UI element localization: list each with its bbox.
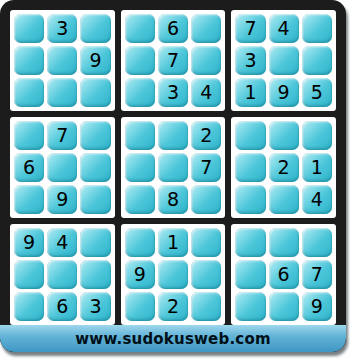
cell-r9c2[interactable]: 6 [47, 292, 77, 321]
cell-r4c2[interactable]: 7 [47, 121, 77, 150]
given-digit: 1 [167, 233, 179, 252]
cell-r5c7[interactable] [235, 153, 265, 182]
given-digit: 6 [278, 265, 290, 284]
given-digit: 1 [311, 158, 323, 177]
given-digit: 7 [167, 51, 179, 70]
cell-r6c8[interactable] [269, 185, 299, 214]
cell-r6c5[interactable]: 8 [158, 185, 188, 214]
cell-r3c5[interactable]: 3 [158, 78, 188, 107]
cell-r5c6[interactable]: 7 [191, 153, 221, 182]
given-digit: 1 [244, 83, 256, 102]
given-digit: 9 [23, 233, 35, 252]
given-digit: 9 [134, 265, 146, 284]
given-digit: 7 [56, 126, 68, 145]
given-digit: 3 [167, 83, 179, 102]
cell-r6c2[interactable]: 9 [47, 185, 77, 214]
cell-r3c6[interactable]: 4 [191, 78, 221, 107]
website-url: www.sudokusweb.com [75, 330, 270, 348]
cell-r2c5[interactable]: 7 [158, 46, 188, 75]
cell-r4c7[interactable] [235, 121, 265, 150]
cell-r8c6[interactable] [191, 260, 221, 289]
given-digit: 3 [90, 297, 102, 316]
sudoku-board: 3967347431957692782149463192679 [10, 10, 336, 325]
sudoku-card: 3967347431957692782149463192679 www.sudo… [0, 0, 346, 352]
cell-r5c1[interactable]: 6 [14, 153, 44, 182]
cell-r2c4[interactable] [125, 46, 155, 75]
cell-r9c8[interactable] [269, 292, 299, 321]
given-digit: 9 [311, 297, 323, 316]
cell-r8c7[interactable] [235, 260, 265, 289]
cell-r5c5[interactable] [158, 153, 188, 182]
box-6: 214 [231, 117, 336, 218]
cell-r2c1[interactable] [14, 46, 44, 75]
given-digit: 5 [311, 83, 323, 102]
cell-r7c8[interactable] [269, 228, 299, 257]
cell-r1c7[interactable]: 7 [235, 14, 265, 43]
cell-r9c5[interactable]: 2 [158, 292, 188, 321]
given-digit: 2 [167, 297, 179, 316]
cell-r7c9[interactable] [302, 228, 332, 257]
cell-r4c5[interactable] [158, 121, 188, 150]
cell-r8c3[interactable] [80, 260, 110, 289]
given-digit: 9 [278, 83, 290, 102]
cell-r4c3[interactable] [80, 121, 110, 150]
given-digit: 2 [278, 158, 290, 177]
given-digit: 6 [56, 297, 68, 316]
cell-r7c6[interactable] [191, 228, 221, 257]
cell-r4c4[interactable] [125, 121, 155, 150]
cell-r7c1[interactable]: 9 [14, 228, 44, 257]
given-digit: 3 [56, 19, 68, 38]
cell-r3c4[interactable] [125, 78, 155, 107]
cell-r7c2[interactable]: 4 [47, 228, 77, 257]
given-digit: 6 [167, 19, 179, 38]
given-digit: 6 [23, 158, 35, 177]
footer-bar: www.sudokusweb.com [0, 325, 346, 352]
cell-r4c1[interactable] [14, 121, 44, 150]
cell-r6c7[interactable] [235, 185, 265, 214]
cell-r1c8[interactable]: 4 [269, 14, 299, 43]
box-1: 39 [10, 10, 115, 111]
given-digit: 7 [311, 265, 323, 284]
cell-r3c8[interactable]: 9 [269, 78, 299, 107]
cell-r8c5[interactable] [158, 260, 188, 289]
cell-r6c4[interactable] [125, 185, 155, 214]
cell-r5c9[interactable]: 1 [302, 153, 332, 182]
cell-r1c9[interactable] [302, 14, 332, 43]
cell-r8c2[interactable] [47, 260, 77, 289]
cell-r3c9[interactable]: 5 [302, 78, 332, 107]
cell-r5c2[interactable] [47, 153, 77, 182]
cell-r1c4[interactable] [125, 14, 155, 43]
cell-r2c2[interactable] [47, 46, 77, 75]
cell-r5c8[interactable]: 2 [269, 153, 299, 182]
given-digit: 7 [200, 158, 212, 177]
cell-r1c6[interactable] [191, 14, 221, 43]
cell-r2c9[interactable] [302, 46, 332, 75]
box-3: 743195 [231, 10, 336, 111]
cell-r4c8[interactable] [269, 121, 299, 150]
cell-r1c5[interactable]: 6 [158, 14, 188, 43]
cell-r2c6[interactable] [191, 46, 221, 75]
cell-r4c9[interactable] [302, 121, 332, 150]
given-digit: 4 [311, 190, 323, 209]
box-4: 769 [10, 117, 115, 218]
cell-r3c2[interactable] [47, 78, 77, 107]
box-7: 9463 [10, 224, 115, 325]
cell-r6c9[interactable]: 4 [302, 185, 332, 214]
cell-r2c7[interactable]: 3 [235, 46, 265, 75]
box-8: 192 [121, 224, 226, 325]
given-digit: 8 [167, 190, 179, 209]
given-digit: 4 [56, 233, 68, 252]
cell-r4c6[interactable]: 2 [191, 121, 221, 150]
cell-r1c1[interactable] [14, 14, 44, 43]
cell-r6c1[interactable] [14, 185, 44, 214]
cell-r8c4[interactable]: 9 [125, 260, 155, 289]
cell-r7c5[interactable]: 1 [158, 228, 188, 257]
given-digit: 9 [56, 190, 68, 209]
cell-r5c4[interactable] [125, 153, 155, 182]
cell-r9c3[interactable]: 3 [80, 292, 110, 321]
cell-r1c3[interactable] [80, 14, 110, 43]
cell-r3c3[interactable] [80, 78, 110, 107]
given-digit: 4 [278, 19, 290, 38]
cell-r9c7[interactable] [235, 292, 265, 321]
cell-r6c3[interactable] [80, 185, 110, 214]
box-2: 6734 [121, 10, 226, 111]
box-9: 679 [231, 224, 336, 325]
cell-r7c4[interactable] [125, 228, 155, 257]
cell-r7c7[interactable] [235, 228, 265, 257]
given-digit: 9 [90, 51, 102, 70]
cell-r6c6[interactable] [191, 185, 221, 214]
given-digit: 7 [244, 19, 256, 38]
given-digit: 4 [200, 83, 212, 102]
cell-r8c9[interactable]: 7 [302, 260, 332, 289]
cell-r5c3[interactable] [80, 153, 110, 182]
cell-r9c9[interactable]: 9 [302, 292, 332, 321]
cell-r1c2[interactable]: 3 [47, 14, 77, 43]
cell-r9c1[interactable] [14, 292, 44, 321]
cell-r2c8[interactable] [269, 46, 299, 75]
cell-r3c7[interactable]: 1 [235, 78, 265, 107]
cell-r9c6[interactable] [191, 292, 221, 321]
cell-r9c4[interactable] [125, 292, 155, 321]
cell-r2c3[interactable]: 9 [80, 46, 110, 75]
cell-r7c3[interactable] [80, 228, 110, 257]
given-digit: 3 [244, 51, 256, 70]
cell-r8c1[interactable] [14, 260, 44, 289]
box-5: 278 [121, 117, 226, 218]
given-digit: 2 [200, 126, 212, 145]
cell-r3c1[interactable] [14, 78, 44, 107]
cell-r8c8[interactable]: 6 [269, 260, 299, 289]
